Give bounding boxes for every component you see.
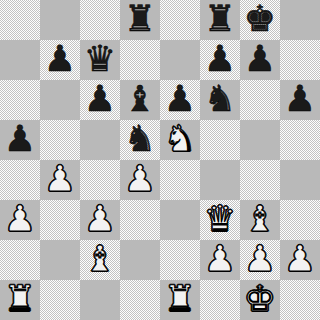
square-g5[interactable] — [240, 120, 280, 160]
black-knight-icon[interactable]: ♞ — [204, 80, 236, 119]
square-e2[interactable] — [160, 240, 200, 280]
square-e4[interactable] — [160, 160, 200, 200]
square-c1[interactable] — [80, 280, 120, 320]
black-pawn-icon[interactable]: ♟ — [284, 80, 316, 119]
square-c6[interactable]: ♟ — [80, 80, 120, 120]
black-queen-icon[interactable]: ♛ — [84, 40, 116, 79]
square-c5[interactable] — [80, 120, 120, 160]
square-f7[interactable]: ♟ — [200, 40, 240, 80]
white-bishop-icon[interactable]: ♝ — [84, 240, 116, 279]
square-a7[interactable] — [0, 40, 40, 80]
black-pawn-icon[interactable]: ♟ — [164, 80, 196, 119]
white-pawn-icon[interactable]: ♟ — [244, 240, 276, 279]
square-h5[interactable] — [280, 120, 320, 160]
square-a2[interactable] — [0, 240, 40, 280]
square-d3[interactable] — [120, 200, 160, 240]
square-f5[interactable] — [200, 120, 240, 160]
square-e7[interactable] — [160, 40, 200, 80]
square-b4[interactable]: ♟ — [40, 160, 80, 200]
black-bishop-icon[interactable]: ♝ — [124, 80, 156, 119]
white-bishop-icon[interactable]: ♝ — [244, 200, 276, 239]
square-e5[interactable]: ♞ — [160, 120, 200, 160]
white-king-icon[interactable]: ♚ — [244, 280, 276, 319]
square-e1[interactable]: ♜ — [160, 280, 200, 320]
square-h3[interactable] — [280, 200, 320, 240]
white-rook-icon[interactable]: ♜ — [4, 280, 36, 319]
square-d7[interactable] — [120, 40, 160, 80]
square-f6[interactable]: ♞ — [200, 80, 240, 120]
square-g7[interactable]: ♟ — [240, 40, 280, 80]
square-d6[interactable]: ♝ — [120, 80, 160, 120]
square-h4[interactable] — [280, 160, 320, 200]
black-rook-icon[interactable]: ♜ — [124, 0, 156, 39]
square-e3[interactable] — [160, 200, 200, 240]
square-b5[interactable] — [40, 120, 80, 160]
black-pawn-icon[interactable]: ♟ — [4, 120, 36, 159]
black-rook-icon[interactable]: ♜ — [204, 0, 236, 39]
square-d8[interactable]: ♜ — [120, 0, 160, 40]
square-d4[interactable]: ♟ — [120, 160, 160, 200]
square-h7[interactable] — [280, 40, 320, 80]
square-a6[interactable] — [0, 80, 40, 120]
square-h2[interactable]: ♟ — [280, 240, 320, 280]
square-f4[interactable] — [200, 160, 240, 200]
black-knight-icon[interactable]: ♞ — [124, 120, 156, 159]
square-d2[interactable] — [120, 240, 160, 280]
square-g1[interactable]: ♚ — [240, 280, 280, 320]
square-a8[interactable] — [0, 0, 40, 40]
black-king-icon[interactable]: ♚ — [244, 0, 276, 39]
white-pawn-icon[interactable]: ♟ — [124, 160, 156, 199]
square-f3[interactable]: ♛ — [200, 200, 240, 240]
square-b1[interactable] — [40, 280, 80, 320]
white-knight-icon[interactable]: ♞ — [164, 120, 196, 159]
square-h8[interactable] — [280, 0, 320, 40]
square-g6[interactable] — [240, 80, 280, 120]
square-f2[interactable]: ♟ — [200, 240, 240, 280]
square-a4[interactable] — [0, 160, 40, 200]
square-a1[interactable]: ♜ — [0, 280, 40, 320]
square-a5[interactable]: ♟ — [0, 120, 40, 160]
white-pawn-icon[interactable]: ♟ — [284, 240, 316, 279]
square-e6[interactable]: ♟ — [160, 80, 200, 120]
square-e8[interactable] — [160, 0, 200, 40]
black-pawn-icon[interactable]: ♟ — [204, 40, 236, 79]
white-pawn-icon[interactable]: ♟ — [84, 200, 116, 239]
square-b7[interactable]: ♟ — [40, 40, 80, 80]
black-pawn-icon[interactable]: ♟ — [44, 40, 76, 79]
square-b6[interactable] — [40, 80, 80, 120]
square-d1[interactable] — [120, 280, 160, 320]
square-c4[interactable] — [80, 160, 120, 200]
white-pawn-icon[interactable]: ♟ — [204, 240, 236, 279]
black-pawn-icon[interactable]: ♟ — [84, 80, 116, 119]
white-pawn-icon[interactable]: ♟ — [4, 200, 36, 239]
square-c3[interactable]: ♟ — [80, 200, 120, 240]
square-g4[interactable] — [240, 160, 280, 200]
square-g8[interactable]: ♚ — [240, 0, 280, 40]
square-c2[interactable]: ♝ — [80, 240, 120, 280]
square-g3[interactable]: ♝ — [240, 200, 280, 240]
square-b8[interactable] — [40, 0, 80, 40]
square-b2[interactable] — [40, 240, 80, 280]
square-d5[interactable]: ♞ — [120, 120, 160, 160]
square-h1[interactable] — [280, 280, 320, 320]
square-a3[interactable]: ♟ — [0, 200, 40, 240]
white-queen-icon[interactable]: ♛ — [204, 200, 236, 239]
square-g2[interactable]: ♟ — [240, 240, 280, 280]
square-f1[interactable] — [200, 280, 240, 320]
black-pawn-icon[interactable]: ♟ — [244, 40, 276, 79]
square-c8[interactable] — [80, 0, 120, 40]
white-pawn-icon[interactable]: ♟ — [44, 160, 76, 199]
square-f8[interactable]: ♜ — [200, 0, 240, 40]
square-h6[interactable]: ♟ — [280, 80, 320, 120]
square-c7[interactable]: ♛ — [80, 40, 120, 80]
chess-board: ♜♜♚♟♛♟♟♟♝♟♞♟♟♞♞♟♟♟♟♛♝♝♟♟♟♜♜♚ — [0, 0, 320, 320]
white-rook-icon[interactable]: ♜ — [164, 280, 196, 319]
square-b3[interactable] — [40, 200, 80, 240]
